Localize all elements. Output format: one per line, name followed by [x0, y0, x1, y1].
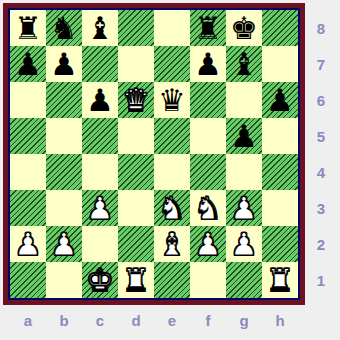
square-a5[interactable] — [10, 118, 46, 154]
square-d3[interactable] — [118, 190, 154, 226]
square-d6[interactable]: ♛ — [118, 82, 154, 118]
square-c5[interactable] — [82, 118, 118, 154]
square-e4[interactable] — [154, 154, 190, 190]
file-label-e: e — [154, 305, 190, 335]
square-b4[interactable] — [46, 154, 82, 190]
rank-label-8: 8 — [306, 10, 336, 46]
file-label-f: f — [190, 305, 226, 335]
rank-label-3: 3 — [306, 190, 336, 226]
square-a7[interactable]: ♟ — [10, 46, 46, 82]
square-f3[interactable]: ♞ — [190, 190, 226, 226]
square-f6[interactable] — [190, 82, 226, 118]
square-h4[interactable] — [262, 154, 298, 190]
square-e3[interactable]: ♞ — [154, 190, 190, 226]
square-h6[interactable]: ♟ — [262, 82, 298, 118]
square-b3[interactable] — [46, 190, 82, 226]
rank-label-5: 5 — [306, 118, 336, 154]
square-b5[interactable] — [46, 118, 82, 154]
square-g8[interactable]: ♚ — [226, 10, 262, 46]
rank-label-6: 6 — [306, 82, 336, 118]
square-h2[interactable] — [262, 226, 298, 262]
rank-label-7: 7 — [306, 46, 336, 82]
square-g7[interactable]: ♝ — [226, 46, 262, 82]
file-labels: abcdefgh — [10, 305, 298, 335]
square-a8[interactable]: ♜ — [10, 10, 46, 46]
square-c7[interactable] — [82, 46, 118, 82]
square-h8[interactable] — [262, 10, 298, 46]
square-e6[interactable]: ♛ — [154, 82, 190, 118]
black-pawn[interactable]: ♟ — [86, 82, 114, 118]
black-pawn[interactable]: ♟ — [266, 82, 294, 118]
square-a3[interactable] — [10, 190, 46, 226]
square-g4[interactable] — [226, 154, 262, 190]
square-c8[interactable]: ♝ — [82, 10, 118, 46]
square-h3[interactable] — [262, 190, 298, 226]
square-h7[interactable] — [262, 46, 298, 82]
square-h5[interactable] — [262, 118, 298, 154]
white-pawn[interactable]: ♟ — [230, 190, 258, 226]
white-pawn[interactable]: ♟ — [194, 226, 222, 262]
black-rook[interactable]: ♜ — [194, 10, 222, 46]
square-e8[interactable] — [154, 10, 190, 46]
square-f4[interactable] — [190, 154, 226, 190]
square-e2[interactable]: ♝ — [154, 226, 190, 262]
white-bishop[interactable]: ♝ — [158, 226, 186, 262]
square-d4[interactable] — [118, 154, 154, 190]
square-c6[interactable]: ♟ — [82, 82, 118, 118]
white-rook[interactable]: ♜ — [122, 262, 150, 298]
square-d2[interactable] — [118, 226, 154, 262]
white-pawn[interactable]: ♟ — [230, 226, 258, 262]
square-f7[interactable]: ♟ — [190, 46, 226, 82]
black-knight[interactable]: ♞ — [50, 10, 78, 46]
rank-label-1: 1 — [306, 262, 336, 298]
square-a6[interactable] — [10, 82, 46, 118]
board-frame: ♜♞♝♜♚♟♟♟♝♟♛♛♟♟♟♞♞♟♟♟♝♟♟♚♜♜ — [3, 3, 305, 305]
rank-label-4: 4 — [306, 154, 336, 190]
file-label-h: h — [262, 305, 298, 335]
square-f8[interactable]: ♜ — [190, 10, 226, 46]
white-pawn[interactable]: ♟ — [14, 226, 42, 262]
black-pawn[interactable]: ♟ — [230, 118, 258, 154]
square-e1[interactable] — [154, 262, 190, 298]
square-c4[interactable] — [82, 154, 118, 190]
square-g5[interactable]: ♟ — [226, 118, 262, 154]
file-label-b: b — [46, 305, 82, 335]
square-b6[interactable] — [46, 82, 82, 118]
black-pawn[interactable]: ♟ — [14, 46, 42, 82]
file-label-c: c — [82, 305, 118, 335]
square-g2[interactable]: ♟ — [226, 226, 262, 262]
square-d7[interactable] — [118, 46, 154, 82]
file-label-d: d — [118, 305, 154, 335]
rank-label-2: 2 — [306, 226, 336, 262]
white-knight[interactable]: ♞ — [158, 190, 186, 226]
square-b1[interactable] — [46, 262, 82, 298]
black-queen[interactable]: ♛ — [158, 82, 186, 118]
black-king[interactable]: ♚ — [230, 10, 258, 46]
square-d1[interactable]: ♜ — [118, 262, 154, 298]
square-a4[interactable] — [10, 154, 46, 190]
white-pawn[interactable]: ♟ — [50, 226, 78, 262]
square-e5[interactable] — [154, 118, 190, 154]
square-b7[interactable]: ♟ — [46, 46, 82, 82]
white-king[interactable]: ♚ — [86, 262, 114, 298]
square-f5[interactable] — [190, 118, 226, 154]
chess-board: ♜♞♝♜♚♟♟♟♝♟♛♛♟♟♟♞♞♟♟♟♝♟♟♚♜♜ — [10, 10, 298, 298]
square-c3[interactable]: ♟ — [82, 190, 118, 226]
square-c1[interactable]: ♚ — [82, 262, 118, 298]
white-rook[interactable]: ♜ — [266, 262, 294, 298]
white-queen[interactable]: ♛ — [122, 82, 150, 118]
white-knight[interactable]: ♞ — [194, 190, 222, 226]
square-b2[interactable]: ♟ — [46, 226, 82, 262]
square-a1[interactable] — [10, 262, 46, 298]
white-pawn[interactable]: ♟ — [86, 190, 114, 226]
black-rook[interactable]: ♜ — [14, 10, 42, 46]
file-label-a: a — [10, 305, 46, 335]
board-inner-border: ♜♞♝♜♚♟♟♟♝♟♛♛♟♟♟♞♞♟♟♟♝♟♟♚♜♜ — [8, 8, 300, 300]
square-f2[interactable]: ♟ — [190, 226, 226, 262]
square-e7[interactable] — [154, 46, 190, 82]
square-g3[interactable]: ♟ — [226, 190, 262, 226]
chess-diagram: ♜♞♝♜♚♟♟♟♝♟♛♛♟♟♟♞♞♟♟♟♝♟♟♚♜♜ abcdefgh 8765… — [0, 0, 340, 340]
square-f1[interactable] — [190, 262, 226, 298]
square-g6[interactable] — [226, 82, 262, 118]
black-bishop[interactable]: ♝ — [86, 10, 114, 46]
file-label-g: g — [226, 305, 262, 335]
square-a2[interactable]: ♟ — [10, 226, 46, 262]
black-bishop[interactable]: ♝ — [230, 46, 258, 82]
square-d8[interactable] — [118, 10, 154, 46]
square-g1[interactable] — [226, 262, 262, 298]
square-d5[interactable] — [118, 118, 154, 154]
square-h1[interactable]: ♜ — [262, 262, 298, 298]
black-pawn[interactable]: ♟ — [50, 46, 78, 82]
black-pawn[interactable]: ♟ — [194, 46, 222, 82]
square-c2[interactable] — [82, 226, 118, 262]
square-b8[interactable]: ♞ — [46, 10, 82, 46]
rank-labels: 87654321 — [306, 10, 336, 298]
